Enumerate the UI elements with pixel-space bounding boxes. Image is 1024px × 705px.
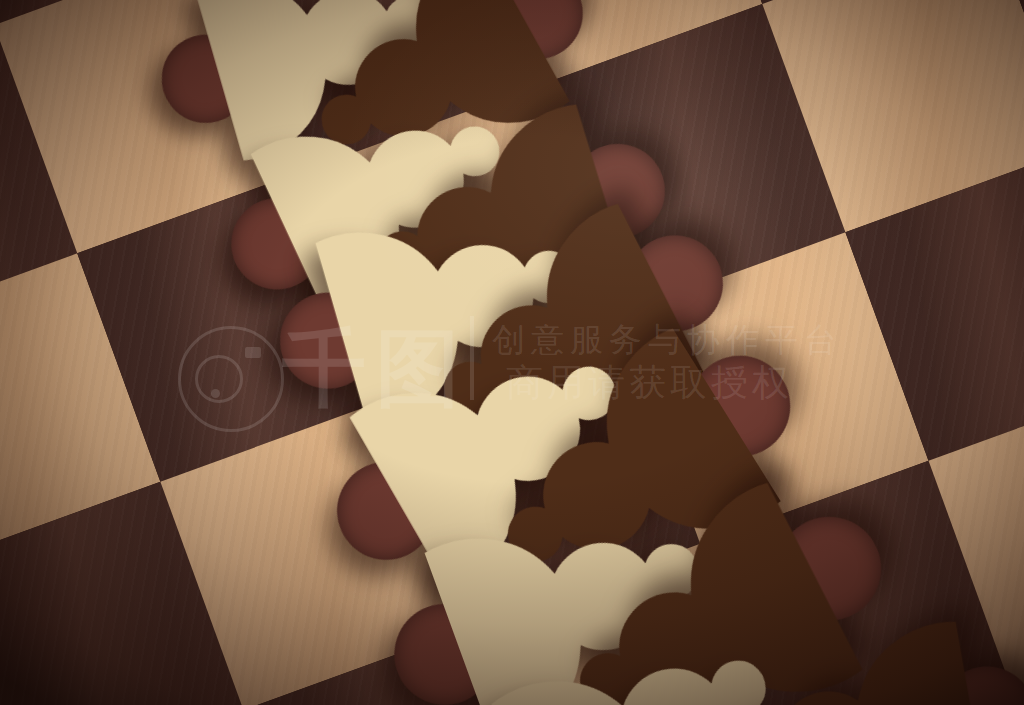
chessboard-photo: ♟♟♟♟♟♟♟♟♟♟♟♟ 千图 创意服务与协作平台 商用请获取授权 <box>0 0 1024 705</box>
